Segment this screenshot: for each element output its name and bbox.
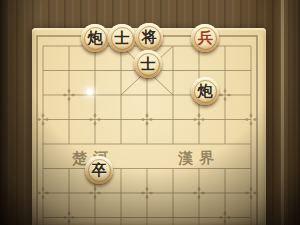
piece-label: 卒 bbox=[92, 163, 107, 178]
piece-label: 将 bbox=[142, 30, 157, 45]
piece-label: 炮 bbox=[198, 84, 213, 99]
piece-black-cannon[interactable]: 炮 bbox=[81, 24, 109, 52]
piece-black-general[interactable]: 将 bbox=[135, 23, 163, 51]
piece-black-cannon[interactable]: 炮 bbox=[191, 77, 219, 105]
sparkle-effect bbox=[87, 89, 93, 95]
piece-label: 炮 bbox=[88, 31, 103, 46]
river-label-han-jie: 漢界 bbox=[178, 147, 221, 168]
piece-black-advisor[interactable]: 士 bbox=[134, 50, 162, 78]
piece-red-soldier[interactable]: 兵 bbox=[191, 24, 219, 52]
piece-label: 士 bbox=[115, 31, 130, 46]
piece-black-soldier[interactable]: 卒 bbox=[85, 156, 113, 184]
piece-label: 士 bbox=[141, 57, 156, 72]
piece-black-advisor[interactable]: 士 bbox=[108, 24, 136, 52]
game-screen: 楚河 漢界 炮士将兵士炮卒 bbox=[0, 0, 300, 225]
piece-label: 兵 bbox=[198, 31, 213, 46]
